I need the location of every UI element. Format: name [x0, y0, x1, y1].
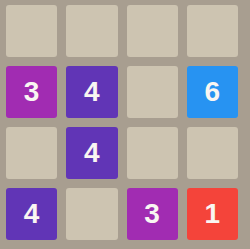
cell-r2-c3 [187, 127, 238, 179]
cell-r1-c2 [127, 66, 178, 118]
cell-r0-c1 [66, 5, 117, 57]
cell-r2-c0 [6, 127, 57, 179]
cell-r3-c1 [66, 188, 117, 240]
cell-r3-c0: 4 [6, 188, 57, 240]
cell-r1-c0: 3 [6, 66, 57, 118]
cell-r1-c3: 6 [187, 66, 238, 118]
cell-r2-c2 [127, 127, 178, 179]
cell-r0-c2 [127, 5, 178, 57]
cell-r2-c1: 4 [66, 127, 117, 179]
cell-r3-c2: 3 [127, 188, 178, 240]
cell-r0-c0 [6, 5, 57, 57]
cell-r0-c3 [187, 5, 238, 57]
cell-r3-c3: 1 [187, 188, 238, 240]
game-board[interactable]: 3 4 6 4 4 3 1 [0, 0, 250, 249]
cell-r1-c1: 4 [66, 66, 117, 118]
